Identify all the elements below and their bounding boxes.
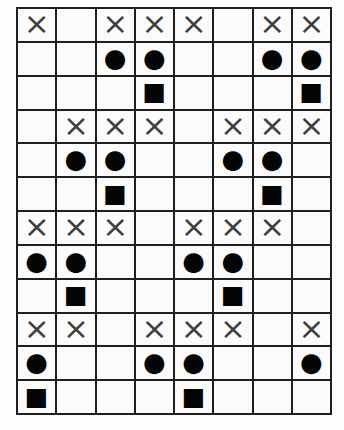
cross-icon: × [220,313,246,344]
cross-icon: × [181,313,207,344]
cross-icon: × [141,8,167,39]
cell-r1c7: × [254,9,291,41]
cross-icon: × [141,110,167,141]
cell-r2c3: ● [97,43,134,75]
circle-icon: ● [300,349,323,375]
cross-icon: × [220,211,246,242]
square-icon: ■ [260,181,284,206]
cross-icon: × [220,110,246,141]
cross-icon: × [102,8,128,39]
cross-icon: × [24,211,50,242]
cell-r1c2 [57,9,94,41]
cross-icon: × [24,313,50,344]
circle-icon: ● [104,146,127,172]
cell-r8c6: ● [214,246,251,278]
circle-icon: ● [261,146,284,172]
cell-r3c4: ■ [136,77,173,109]
cell-r4c4: × [136,111,173,143]
cell-r6c3: ■ [97,178,134,210]
cell-r3c8: ■ [293,77,330,109]
cross-icon: × [181,211,207,242]
circle-icon: ● [182,349,205,375]
cell-r2c7: ● [254,43,291,75]
cell-r10c2: × [57,314,94,346]
cell-r4c5 [175,111,212,143]
cell-r12c4 [136,381,173,413]
square-icon: ■ [221,282,245,307]
circle-icon: ● [65,146,88,172]
cell-r6c6 [214,178,251,210]
cell-r11c2 [57,347,94,379]
cell-r3c2 [57,77,94,109]
cell-r9c3 [97,280,134,312]
cell-r5c4 [136,144,173,176]
cell-r9c5 [175,280,212,312]
cell-r11c1: ● [18,347,55,379]
cell-r10c3 [97,314,134,346]
circle-icon: ● [182,248,205,274]
cell-r8c5: ● [175,246,212,278]
cell-r11c3 [97,347,134,379]
cell-r9c4 [136,280,173,312]
cell-r4c1 [18,111,55,143]
cell-r7c2: × [57,212,94,244]
cell-r5c8 [293,144,330,176]
cell-r2c2 [57,43,94,75]
cell-r5c7: ● [254,144,291,176]
cell-r4c2: × [57,111,94,143]
cell-r12c8 [293,381,330,413]
cell-r5c2: ● [57,144,94,176]
cross-icon: × [63,211,89,242]
puzzle-grid: ××××××●●●●■■××××××●●●●■■××××××●●●●■■××××… [16,7,332,415]
cell-r6c4 [136,178,173,210]
square-icon: ■ [300,79,324,104]
cell-r12c7 [254,381,291,413]
cross-icon: × [181,8,207,39]
cell-r8c3 [97,246,134,278]
cell-r6c5 [175,178,212,210]
circle-icon: ● [143,45,166,71]
cell-r4c3: × [97,111,134,143]
cell-r12c1: ■ [18,381,55,413]
cell-r12c2 [57,381,94,413]
cross-icon: × [298,8,324,39]
cell-r12c6 [214,381,251,413]
cross-icon: × [63,110,89,141]
cell-r9c8 [293,280,330,312]
cell-r9c2: ■ [57,280,94,312]
cell-r1c5: × [175,9,212,41]
cell-r1c1: × [18,9,55,41]
cell-r6c7: ■ [254,178,291,210]
cross-icon: × [259,110,285,141]
cell-r10c7 [254,314,291,346]
cell-r10c4: × [136,314,173,346]
cell-r5c3: ● [97,144,134,176]
cell-r9c1 [18,280,55,312]
cell-r8c2: ● [57,246,94,278]
circle-icon: ● [300,45,323,71]
cross-icon: × [259,8,285,39]
cell-r11c7 [254,347,291,379]
square-icon: ■ [64,282,88,307]
cell-r7c4 [136,212,173,244]
cell-r11c6 [214,347,251,379]
cross-icon: × [298,313,324,344]
cell-r5c1 [18,144,55,176]
cell-r7c5: × [175,212,212,244]
circle-icon: ● [65,248,88,274]
cell-r3c3 [97,77,134,109]
cell-r3c5 [175,77,212,109]
cross-icon: × [259,211,285,242]
cell-r4c6: × [214,111,251,143]
puzzle-page: ××××××●●●●■■××××××●●●●■■××××××●●●●■■××××… [0,0,344,430]
cell-r10c6: × [214,314,251,346]
cell-r7c8 [293,212,330,244]
cross-icon: × [102,110,128,141]
circle-icon: ● [222,146,245,172]
cell-r10c1: × [18,314,55,346]
square-icon: ■ [143,79,167,104]
circle-icon: ● [25,349,48,375]
cell-r1c3: × [97,9,134,41]
cross-icon: × [63,313,89,344]
cell-r2c4: ● [136,43,173,75]
cell-r4c7: × [254,111,291,143]
cell-r6c8 [293,178,330,210]
square-icon: ■ [25,384,49,409]
cell-r3c6 [214,77,251,109]
circle-icon: ● [222,248,245,274]
cell-r7c3: × [97,212,134,244]
cell-r6c1 [18,178,55,210]
cell-r5c6: ● [214,144,251,176]
cell-r11c8: ● [293,347,330,379]
cell-r7c1: × [18,212,55,244]
cell-r12c5: ■ [175,381,212,413]
cell-r11c4: ● [136,347,173,379]
cross-icon: × [298,110,324,141]
cross-icon: × [24,8,50,39]
square-icon: ■ [103,181,127,206]
circle-icon: ● [25,248,48,274]
cell-r2c6 [214,43,251,75]
cell-r8c7 [254,246,291,278]
cell-r12c3 [97,381,134,413]
cell-r10c5: × [175,314,212,346]
cell-r8c8 [293,246,330,278]
cross-icon: × [102,211,128,242]
square-icon: ■ [182,384,206,409]
cell-r8c1: ● [18,246,55,278]
cell-r10c8: × [293,314,330,346]
cell-r2c8: ● [293,43,330,75]
cell-r1c6 [214,9,251,41]
cell-r2c5 [175,43,212,75]
cross-icon: × [141,313,167,344]
circle-icon: ● [261,45,284,71]
cell-r5c5 [175,144,212,176]
cell-r7c7: × [254,212,291,244]
cell-r4c8: × [293,111,330,143]
cell-r2c1 [18,43,55,75]
cell-r7c6: × [214,212,251,244]
cell-r6c2 [57,178,94,210]
cell-r11c5: ● [175,347,212,379]
cell-r9c7 [254,280,291,312]
cell-r9c6: ■ [214,280,251,312]
cell-r8c4 [136,246,173,278]
cell-r3c1 [18,77,55,109]
cell-r3c7 [254,77,291,109]
circle-icon: ● [104,45,127,71]
cell-r1c4: × [136,9,173,41]
circle-icon: ● [143,349,166,375]
cell-r1c8: × [293,9,330,41]
